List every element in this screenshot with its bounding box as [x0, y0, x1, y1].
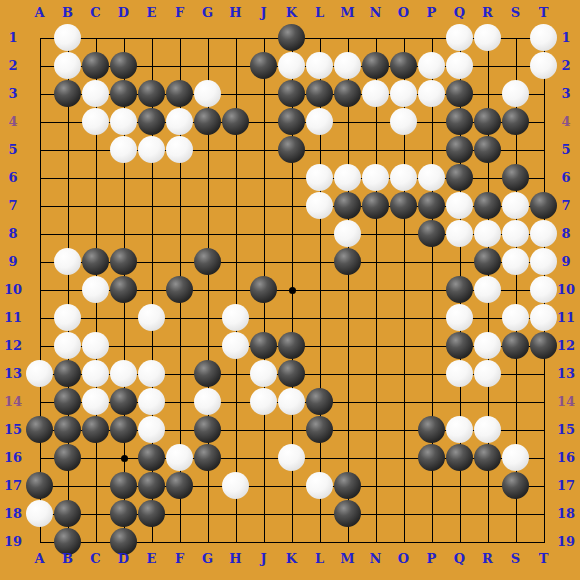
- intersection-D1[interactable]: [110, 24, 138, 52]
- intersection-A13[interactable]: [26, 360, 54, 388]
- intersection-N15[interactable]: [362, 416, 390, 444]
- intersection-J2[interactable]: [250, 52, 278, 80]
- intersection-Q14[interactable]: [446, 388, 474, 416]
- intersection-E15[interactable]: [138, 416, 166, 444]
- intersection-P1[interactable]: [418, 24, 446, 52]
- intersection-F9[interactable]: [166, 248, 194, 276]
- intersection-P2[interactable]: [418, 52, 446, 80]
- intersection-O11[interactable]: [390, 304, 418, 332]
- intersection-M18[interactable]: [334, 500, 362, 528]
- intersection-P11[interactable]: [418, 304, 446, 332]
- intersection-S12[interactable]: [502, 332, 530, 360]
- intersection-N14[interactable]: [362, 388, 390, 416]
- intersection-A14[interactable]: [26, 388, 54, 416]
- intersection-E4[interactable]: [138, 108, 166, 136]
- intersection-F8[interactable]: [166, 220, 194, 248]
- intersection-K15[interactable]: [278, 416, 306, 444]
- intersection-D4[interactable]: [110, 108, 138, 136]
- intersection-O17[interactable]: [390, 472, 418, 500]
- intersection-S8[interactable]: [502, 220, 530, 248]
- intersection-R12[interactable]: [474, 332, 502, 360]
- intersection-P13[interactable]: [418, 360, 446, 388]
- intersection-B8[interactable]: [54, 220, 82, 248]
- intersection-M11[interactable]: [334, 304, 362, 332]
- intersection-L17[interactable]: [306, 472, 334, 500]
- intersection-J13[interactable]: [250, 360, 278, 388]
- intersection-D13[interactable]: [110, 360, 138, 388]
- intersection-R17[interactable]: [474, 472, 502, 500]
- intersection-L3[interactable]: [306, 80, 334, 108]
- intersection-O15[interactable]: [390, 416, 418, 444]
- intersection-L8[interactable]: [306, 220, 334, 248]
- intersection-K11[interactable]: [278, 304, 306, 332]
- intersection-B18[interactable]: [54, 500, 82, 528]
- intersection-O12[interactable]: [390, 332, 418, 360]
- intersection-P17[interactable]: [418, 472, 446, 500]
- intersection-K13[interactable]: [278, 360, 306, 388]
- intersection-K7[interactable]: [278, 192, 306, 220]
- intersection-J17[interactable]: [250, 472, 278, 500]
- intersection-N9[interactable]: [362, 248, 390, 276]
- intersection-L9[interactable]: [306, 248, 334, 276]
- intersection-M6[interactable]: [334, 164, 362, 192]
- intersection-G8[interactable]: [194, 220, 222, 248]
- intersection-H15[interactable]: [222, 416, 250, 444]
- intersection-C8[interactable]: [82, 220, 110, 248]
- intersection-F12[interactable]: [166, 332, 194, 360]
- intersection-H18[interactable]: [222, 500, 250, 528]
- intersection-B17[interactable]: [54, 472, 82, 500]
- intersection-E13[interactable]: [138, 360, 166, 388]
- intersection-O13[interactable]: [390, 360, 418, 388]
- intersection-C17[interactable]: [82, 472, 110, 500]
- intersection-N11[interactable]: [362, 304, 390, 332]
- intersection-B4[interactable]: [54, 108, 82, 136]
- intersection-K9[interactable]: [278, 248, 306, 276]
- intersection-Q1[interactable]: [446, 24, 474, 52]
- intersection-H9[interactable]: [222, 248, 250, 276]
- intersection-S1[interactable]: [502, 24, 530, 52]
- intersection-A12[interactable]: [26, 332, 54, 360]
- intersection-M8[interactable]: [334, 220, 362, 248]
- intersection-L10[interactable]: [306, 276, 334, 304]
- intersection-K10[interactable]: [278, 276, 306, 304]
- intersection-P3[interactable]: [418, 80, 446, 108]
- intersection-N5[interactable]: [362, 136, 390, 164]
- intersection-F2[interactable]: [166, 52, 194, 80]
- intersection-M7[interactable]: [334, 192, 362, 220]
- intersection-H12[interactable]: [222, 332, 250, 360]
- intersection-K2[interactable]: [278, 52, 306, 80]
- intersection-R11[interactable]: [474, 304, 502, 332]
- intersection-A17[interactable]: [26, 472, 54, 500]
- intersection-E11[interactable]: [138, 304, 166, 332]
- intersection-H1[interactable]: [222, 24, 250, 52]
- intersection-L4[interactable]: [306, 108, 334, 136]
- intersection-L5[interactable]: [306, 136, 334, 164]
- intersection-S3[interactable]: [502, 80, 530, 108]
- intersection-L14[interactable]: [306, 388, 334, 416]
- intersection-C15[interactable]: [82, 416, 110, 444]
- intersection-H10[interactable]: [222, 276, 250, 304]
- intersection-E16[interactable]: [138, 444, 166, 472]
- intersection-L18[interactable]: [306, 500, 334, 528]
- intersection-J3[interactable]: [250, 80, 278, 108]
- intersection-G5[interactable]: [194, 136, 222, 164]
- intersection-G6[interactable]: [194, 164, 222, 192]
- intersection-S4[interactable]: [502, 108, 530, 136]
- intersection-B12[interactable]: [54, 332, 82, 360]
- intersection-B5[interactable]: [54, 136, 82, 164]
- intersection-N7[interactable]: [362, 192, 390, 220]
- intersection-R4[interactable]: [474, 108, 502, 136]
- intersection-E9[interactable]: [138, 248, 166, 276]
- intersection-A10[interactable]: [26, 276, 54, 304]
- intersection-M10[interactable]: [334, 276, 362, 304]
- intersection-N18[interactable]: [362, 500, 390, 528]
- intersection-C5[interactable]: [82, 136, 110, 164]
- intersection-A2[interactable]: [26, 52, 54, 80]
- intersection-L16[interactable]: [306, 444, 334, 472]
- intersection-C7[interactable]: [82, 192, 110, 220]
- intersection-B14[interactable]: [54, 388, 82, 416]
- intersection-C12[interactable]: [82, 332, 110, 360]
- intersection-F18[interactable]: [166, 500, 194, 528]
- intersection-G12[interactable]: [194, 332, 222, 360]
- intersection-S7[interactable]: [502, 192, 530, 220]
- intersection-R10[interactable]: [474, 276, 502, 304]
- intersection-J6[interactable]: [250, 164, 278, 192]
- intersection-H5[interactable]: [222, 136, 250, 164]
- intersection-E12[interactable]: [138, 332, 166, 360]
- intersection-H8[interactable]: [222, 220, 250, 248]
- intersection-K3[interactable]: [278, 80, 306, 108]
- intersection-L13[interactable]: [306, 360, 334, 388]
- intersection-A6[interactable]: [26, 164, 54, 192]
- intersection-N16[interactable]: [362, 444, 390, 472]
- intersection-P8[interactable]: [418, 220, 446, 248]
- intersection-N3[interactable]: [362, 80, 390, 108]
- intersection-N12[interactable]: [362, 332, 390, 360]
- intersection-D2[interactable]: [110, 52, 138, 80]
- intersection-J11[interactable]: [250, 304, 278, 332]
- intersection-Q2[interactable]: [446, 52, 474, 80]
- intersection-E1[interactable]: [138, 24, 166, 52]
- intersection-K5[interactable]: [278, 136, 306, 164]
- intersection-S9[interactable]: [502, 248, 530, 276]
- intersection-O16[interactable]: [390, 444, 418, 472]
- intersection-J5[interactable]: [250, 136, 278, 164]
- intersection-K12[interactable]: [278, 332, 306, 360]
- intersection-M2[interactable]: [334, 52, 362, 80]
- intersection-N6[interactable]: [362, 164, 390, 192]
- intersection-O7[interactable]: [390, 192, 418, 220]
- intersection-C2[interactable]: [82, 52, 110, 80]
- intersection-Q13[interactable]: [446, 360, 474, 388]
- intersection-N4[interactable]: [362, 108, 390, 136]
- intersection-G11[interactable]: [194, 304, 222, 332]
- intersection-E7[interactable]: [138, 192, 166, 220]
- intersection-R5[interactable]: [474, 136, 502, 164]
- intersection-D7[interactable]: [110, 192, 138, 220]
- intersection-E2[interactable]: [138, 52, 166, 80]
- intersection-A5[interactable]: [26, 136, 54, 164]
- intersection-D17[interactable]: [110, 472, 138, 500]
- intersection-C16[interactable]: [82, 444, 110, 472]
- intersection-Q5[interactable]: [446, 136, 474, 164]
- intersection-H7[interactable]: [222, 192, 250, 220]
- intersection-B6[interactable]: [54, 164, 82, 192]
- intersection-H13[interactable]: [222, 360, 250, 388]
- intersection-F5[interactable]: [166, 136, 194, 164]
- intersection-M3[interactable]: [334, 80, 362, 108]
- intersection-E14[interactable]: [138, 388, 166, 416]
- intersection-Q11[interactable]: [446, 304, 474, 332]
- intersection-B3[interactable]: [54, 80, 82, 108]
- intersection-G15[interactable]: [194, 416, 222, 444]
- intersection-M9[interactable]: [334, 248, 362, 276]
- intersection-O1[interactable]: [390, 24, 418, 52]
- intersection-A1[interactable]: [26, 24, 54, 52]
- intersection-S2[interactable]: [502, 52, 530, 80]
- intersection-J16[interactable]: [250, 444, 278, 472]
- intersection-C6[interactable]: [82, 164, 110, 192]
- intersection-O2[interactable]: [390, 52, 418, 80]
- intersection-D6[interactable]: [110, 164, 138, 192]
- intersection-H2[interactable]: [222, 52, 250, 80]
- intersection-A9[interactable]: [26, 248, 54, 276]
- intersection-Q12[interactable]: [446, 332, 474, 360]
- intersection-F14[interactable]: [166, 388, 194, 416]
- intersection-D18[interactable]: [110, 500, 138, 528]
- intersection-R6[interactable]: [474, 164, 502, 192]
- intersection-G14[interactable]: [194, 388, 222, 416]
- intersection-O18[interactable]: [390, 500, 418, 528]
- intersection-K14[interactable]: [278, 388, 306, 416]
- intersection-N8[interactable]: [362, 220, 390, 248]
- intersection-F1[interactable]: [166, 24, 194, 52]
- intersection-S11[interactable]: [502, 304, 530, 332]
- intersection-R16[interactable]: [474, 444, 502, 472]
- intersection-L6[interactable]: [306, 164, 334, 192]
- intersection-R1[interactable]: [474, 24, 502, 52]
- intersection-A3[interactable]: [26, 80, 54, 108]
- intersection-Q8[interactable]: [446, 220, 474, 248]
- intersection-Q10[interactable]: [446, 276, 474, 304]
- intersection-M4[interactable]: [334, 108, 362, 136]
- intersection-H4[interactable]: [222, 108, 250, 136]
- intersection-C4[interactable]: [82, 108, 110, 136]
- intersection-K17[interactable]: [278, 472, 306, 500]
- intersection-F7[interactable]: [166, 192, 194, 220]
- intersection-B15[interactable]: [54, 416, 82, 444]
- intersection-R15[interactable]: [474, 416, 502, 444]
- intersection-M14[interactable]: [334, 388, 362, 416]
- intersection-D15[interactable]: [110, 416, 138, 444]
- intersection-E18[interactable]: [138, 500, 166, 528]
- intersection-D14[interactable]: [110, 388, 138, 416]
- intersection-D16[interactable]: [110, 444, 138, 472]
- intersection-C3[interactable]: [82, 80, 110, 108]
- intersection-R14[interactable]: [474, 388, 502, 416]
- intersection-C14[interactable]: [82, 388, 110, 416]
- intersection-O3[interactable]: [390, 80, 418, 108]
- intersection-B1[interactable]: [54, 24, 82, 52]
- intersection-R7[interactable]: [474, 192, 502, 220]
- intersection-L7[interactable]: [306, 192, 334, 220]
- intersection-F6[interactable]: [166, 164, 194, 192]
- intersection-F17[interactable]: [166, 472, 194, 500]
- intersection-N17[interactable]: [362, 472, 390, 500]
- intersection-R18[interactable]: [474, 500, 502, 528]
- intersection-B11[interactable]: [54, 304, 82, 332]
- intersection-J12[interactable]: [250, 332, 278, 360]
- intersection-C13[interactable]: [82, 360, 110, 388]
- intersection-L11[interactable]: [306, 304, 334, 332]
- intersection-H17[interactable]: [222, 472, 250, 500]
- intersection-E6[interactable]: [138, 164, 166, 192]
- intersection-F3[interactable]: [166, 80, 194, 108]
- intersection-D9[interactable]: [110, 248, 138, 276]
- intersection-Q6[interactable]: [446, 164, 474, 192]
- intersection-F10[interactable]: [166, 276, 194, 304]
- intersection-Q15[interactable]: [446, 416, 474, 444]
- intersection-C9[interactable]: [82, 248, 110, 276]
- intersection-S17[interactable]: [502, 472, 530, 500]
- intersection-M1[interactable]: [334, 24, 362, 52]
- intersection-J15[interactable]: [250, 416, 278, 444]
- intersection-M16[interactable]: [334, 444, 362, 472]
- intersection-J10[interactable]: [250, 276, 278, 304]
- intersection-D8[interactable]: [110, 220, 138, 248]
- intersection-G17[interactable]: [194, 472, 222, 500]
- intersection-J18[interactable]: [250, 500, 278, 528]
- intersection-M13[interactable]: [334, 360, 362, 388]
- intersection-H3[interactable]: [222, 80, 250, 108]
- intersection-P12[interactable]: [418, 332, 446, 360]
- intersection-G10[interactable]: [194, 276, 222, 304]
- intersection-N1[interactable]: [362, 24, 390, 52]
- intersection-K16[interactable]: [278, 444, 306, 472]
- intersection-D3[interactable]: [110, 80, 138, 108]
- intersection-N2[interactable]: [362, 52, 390, 80]
- intersection-C1[interactable]: [82, 24, 110, 52]
- intersection-K18[interactable]: [278, 500, 306, 528]
- intersection-G16[interactable]: [194, 444, 222, 472]
- intersection-S16[interactable]: [502, 444, 530, 472]
- intersection-P16[interactable]: [418, 444, 446, 472]
- intersection-P9[interactable]: [418, 248, 446, 276]
- intersection-R13[interactable]: [474, 360, 502, 388]
- intersection-A7[interactable]: [26, 192, 54, 220]
- intersection-L2[interactable]: [306, 52, 334, 80]
- intersection-B10[interactable]: [54, 276, 82, 304]
- intersection-E5[interactable]: [138, 136, 166, 164]
- intersection-B16[interactable]: [54, 444, 82, 472]
- intersection-P18[interactable]: [418, 500, 446, 528]
- intersection-Q4[interactable]: [446, 108, 474, 136]
- intersection-H6[interactable]: [222, 164, 250, 192]
- intersection-G18[interactable]: [194, 500, 222, 528]
- intersection-H14[interactable]: [222, 388, 250, 416]
- intersection-S14[interactable]: [502, 388, 530, 416]
- intersection-J7[interactable]: [250, 192, 278, 220]
- intersection-Q9[interactable]: [446, 248, 474, 276]
- intersection-O5[interactable]: [390, 136, 418, 164]
- intersection-B13[interactable]: [54, 360, 82, 388]
- intersection-P10[interactable]: [418, 276, 446, 304]
- intersection-G1[interactable]: [194, 24, 222, 52]
- intersection-R8[interactable]: [474, 220, 502, 248]
- intersection-B2[interactable]: [54, 52, 82, 80]
- intersection-J4[interactable]: [250, 108, 278, 136]
- intersection-E17[interactable]: [138, 472, 166, 500]
- intersection-A18[interactable]: [26, 500, 54, 528]
- intersection-E8[interactable]: [138, 220, 166, 248]
- intersection-S15[interactable]: [502, 416, 530, 444]
- intersection-K1[interactable]: [278, 24, 306, 52]
- intersection-D5[interactable]: [110, 136, 138, 164]
- intersection-P7[interactable]: [418, 192, 446, 220]
- intersection-G3[interactable]: [194, 80, 222, 108]
- intersection-M5[interactable]: [334, 136, 362, 164]
- intersection-F13[interactable]: [166, 360, 194, 388]
- intersection-R2[interactable]: [474, 52, 502, 80]
- intersection-S10[interactable]: [502, 276, 530, 304]
- intersection-N13[interactable]: [362, 360, 390, 388]
- intersection-B9[interactable]: [54, 248, 82, 276]
- intersection-R3[interactable]: [474, 80, 502, 108]
- intersection-H16[interactable]: [222, 444, 250, 472]
- intersection-Q7[interactable]: [446, 192, 474, 220]
- intersection-P6[interactable]: [418, 164, 446, 192]
- intersection-G7[interactable]: [194, 192, 222, 220]
- intersection-Q17[interactable]: [446, 472, 474, 500]
- intersection-C11[interactable]: [82, 304, 110, 332]
- intersection-Q16[interactable]: [446, 444, 474, 472]
- intersection-C18[interactable]: [82, 500, 110, 528]
- intersection-D10[interactable]: [110, 276, 138, 304]
- intersection-G2[interactable]: [194, 52, 222, 80]
- intersection-O4[interactable]: [390, 108, 418, 136]
- intersection-F4[interactable]: [166, 108, 194, 136]
- intersection-O14[interactable]: [390, 388, 418, 416]
- intersection-C10[interactable]: [82, 276, 110, 304]
- intersection-A8[interactable]: [26, 220, 54, 248]
- intersection-K8[interactable]: [278, 220, 306, 248]
- intersection-S18[interactable]: [502, 500, 530, 528]
- intersection-G13[interactable]: [194, 360, 222, 388]
- intersection-O9[interactable]: [390, 248, 418, 276]
- intersection-H11[interactable]: [222, 304, 250, 332]
- intersection-N10[interactable]: [362, 276, 390, 304]
- intersection-Q3[interactable]: [446, 80, 474, 108]
- intersection-K4[interactable]: [278, 108, 306, 136]
- intersection-F15[interactable]: [166, 416, 194, 444]
- intersection-G9[interactable]: [194, 248, 222, 276]
- intersection-F11[interactable]: [166, 304, 194, 332]
- intersection-M17[interactable]: [334, 472, 362, 500]
- intersection-Q18[interactable]: [446, 500, 474, 528]
- intersection-O6[interactable]: [390, 164, 418, 192]
- intersection-D11[interactable]: [110, 304, 138, 332]
- intersection-O10[interactable]: [390, 276, 418, 304]
- intersection-E3[interactable]: [138, 80, 166, 108]
- intersection-A11[interactable]: [26, 304, 54, 332]
- intersection-R9[interactable]: [474, 248, 502, 276]
- intersection-E10[interactable]: [138, 276, 166, 304]
- intersection-M15[interactable]: [334, 416, 362, 444]
